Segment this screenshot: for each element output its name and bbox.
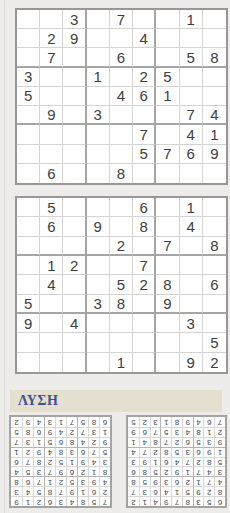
solution-grid-bottom-puzzle-cell-r2c6: 8 [44,486,55,496]
sudoku-puzzle-bottom-cell-r2c4: 9 [87,217,110,236]
solution-grid-bottom-puzzle-cell-r9c5: 1 [55,417,66,427]
sudoku-puzzle-top-cell-r2c1 [17,29,40,48]
solution-grid-top-puzzle-cell-r4c1: 3 [214,466,225,476]
solution-grid-top-puzzle-cell-r3c5: 6 [171,476,182,486]
sudoku-puzzle-bottom-cell-r1c9 [203,198,226,217]
solution-grid-top-puzzle-cell-r9c8: 2 [139,417,150,427]
sudoku-puzzle-bottom-cell-r5c1 [17,275,40,294]
solution-grid-top-puzzle-cell-r6c4: 3 [182,447,193,457]
sudoku-puzzle-bottom-cell-r2c9 [203,217,226,236]
solution-grid-top-puzzle-cell-r9c5: 8 [171,417,182,427]
sudoku-puzzle-bottom-cell-r4c2: 1 [40,256,63,275]
sudoku-puzzle-top-cell-r6c3 [63,106,86,125]
sudoku-puzzle-bottom-cell-r9c1 [17,353,40,372]
sudoku-puzzle-bottom-cell-r7c5 [110,314,133,333]
sudoku-puzzle-top-cell-r6c6 [133,106,156,125]
solution-grid-top-puzzle-cell-r5c1: 5 [214,457,225,467]
solution-grid-bottom-puzzle-cell-r1c2: 5 [88,496,99,506]
solution-grid-top-puzzle-cell-r9c3: 4 [193,417,204,427]
solution-grid-top-puzzle-cell-r9c1: 7 [214,417,225,427]
sudoku-puzzle-bottom-cell-r1c1 [17,198,40,217]
solution-grid-bottom-puzzle-cell-r8c2: 3 [88,427,99,437]
sudoku-puzzle-top-cell-r4c5 [110,68,133,87]
solution-grid-bottom-puzzle-cell-r7c6: 5 [44,437,55,447]
sudoku-puzzle-top-cell-r1c6 [133,10,156,29]
sudoku-puzzle-top-cell-r2c5 [110,29,133,48]
solution-grid-bottom-puzzle-cell-r5c6: 2 [44,457,55,467]
solution-grid-top-puzzle-cell-r1c4: 8 [182,496,193,506]
solution-grid-bottom-puzzle-cell-r5c7: 8 [33,457,44,467]
sudoku-puzzle-bottom-cell-r3c5: 2 [110,237,133,256]
sudoku-puzzle-top-cell-r1c4 [87,10,110,29]
solution-grid-top-puzzle-cell-r6c1: 1 [214,447,225,457]
sudoku-puzzle-top-cell-r3c7 [156,48,179,67]
solution-grid-top-puzzle-cell-r8c8: 6 [139,427,150,437]
sudoku-puzzle-bottom-cell-r3c7: 7 [156,237,179,256]
sudoku-puzzle-top-cell-r5c7: 1 [156,87,179,106]
solution-grid-top-puzzle-cell-r6c3: 6 [193,447,204,457]
solution-grid-bottom-puzzle-cell-r3c6: 1 [44,476,55,486]
solution-grid-top-puzzle-cell-r8c1: 2 [214,427,225,437]
solution-grid-bottom-puzzle-cell-r2c1: 2 [99,486,110,496]
solution-grid-bottom-puzzle: 7584362192619785434935217688126973543491… [9,415,112,508]
page-edge-rule [4,0,5,513]
solution-grid-top-puzzle-cell-r3c1: 4 [214,476,225,486]
sudoku-puzzle-top-cell-r2c9 [203,29,226,48]
solution-grid-top-puzzle-cell-r2c9: 7 [128,486,139,496]
sudoku-puzzle-bottom-cell-r7c2 [40,314,63,333]
sudoku-puzzle-top-cell-r7c5 [110,125,133,144]
solution-grid-top-puzzle-cell-r8c9: 9 [128,427,139,437]
sudoku-puzzle-bottom-cell-r1c2: 5 [40,198,63,217]
solution-grid-top-puzzle-cell-r7c3: 5 [193,437,204,447]
sudoku-puzzle-top-cell-r7c2 [40,125,63,144]
sudoku-puzzle-top-cell-r6c1 [17,106,40,125]
solution-grid-top-puzzle-cell-r8c6: 5 [160,427,171,437]
sudoku-puzzle-bottom-cell-r3c6 [133,237,156,256]
solution-grid-top-puzzle-cell-r4c4: 1 [182,466,193,476]
solution-grid-top-puzzle-cell-r9c9: 5 [128,417,139,427]
sudoku-puzzle-bottom-cell-r4c3: 2 [63,256,86,275]
solution-grid-top-puzzle-cell-r6c9: 4 [128,447,139,457]
solution-grid-bottom-puzzle-cell-r2c9: 3 [11,486,22,496]
solution-grid-top-puzzle-cell-r3c3: 1 [193,476,204,486]
sudoku-puzzle-top-cell-r5c5: 4 [110,87,133,106]
solution-grid-top-puzzle-cell-r3c4: 2 [182,476,193,486]
sudoku-puzzle-top-cell-r3c1 [17,48,40,67]
sudoku-puzzle-top-cell-r6c4: 3 [87,106,110,125]
solution-grid-top-puzzle-cell-r6c2: 9 [203,447,214,457]
sudoku-puzzle-bottom-cell-r6c3 [63,295,86,314]
sudoku-puzzle-top-cell-r8c6: 5 [133,145,156,164]
solution-grid-bottom-puzzle-cell-r6c2: 7 [88,447,99,457]
solution-grid-bottom-puzzle-cell-r2c7: 5 [33,486,44,496]
solution-grid-top-puzzle-cell-r4c3: 7 [193,466,204,476]
sudoku-puzzle-top-cell-r7c1 [17,125,40,144]
solution-grid-top-puzzle-cell-r2c8: 3 [139,486,150,496]
sudoku-puzzle-top-cell-r8c2 [40,145,63,164]
solution-grid-bottom-puzzle-cell-r4c4: 6 [66,466,77,476]
solution-grid-bottom-puzzle-cell-r4c8: 5 [22,466,33,476]
solution-grid-top-puzzle-cell-r2c1: 8 [214,486,225,496]
sudoku-puzzle-bottom-cell-r5c3 [63,275,86,294]
sudoku-puzzle-bottom-cell-r6c9 [203,295,226,314]
solution-grid-bottom-puzzle-cell-r7c8: 3 [22,437,33,447]
solution-grid-bottom-puzzle-cell-r7c5: 6 [55,437,66,447]
solution-grid-bottom-puzzle-cell-r3c2: 9 [88,476,99,486]
sudoku-puzzle-bottom-cell-r4c8 [180,256,203,275]
sudoku-puzzle-bottom-cell-r8c4 [87,333,110,352]
solution-grid-bottom-puzzle-cell-r7c1: 9 [99,437,110,447]
sudoku-puzzle-top-cell-r9c8 [180,164,203,183]
sudoku-puzzle-top-cell-r9c6 [133,164,156,183]
sudoku-puzzle-top-cell-r5c1: 5 [17,87,40,106]
sudoku-puzzle-bottom-cell-r9c2 [40,353,63,372]
solution-grid-top-puzzle-cell-r8c2: 1 [203,427,214,437]
sudoku-puzzle-bottom: 56169842781274528653899435192 [15,196,228,374]
sudoku-puzzle-bottom-cell-r6c8 [180,295,203,314]
solution-grid-top-puzzle-cell-r2c5: 1 [171,486,182,496]
sudoku-puzzle-top-cell-r4c4: 1 [87,68,110,87]
solution-grid-bottom-puzzle-cell-r8c5: 4 [55,427,66,437]
sudoku-puzzle-bottom-cell-r7c7 [156,314,179,333]
solution-grid-top-puzzle-cell-r4c7: 5 [150,466,161,476]
solution-grid-bottom-puzzle-cell-r9c7: 4 [33,417,44,427]
sudoku-puzzle-top-cell-r8c1 [17,145,40,164]
sudoku-puzzle-bottom-cell-r4c4 [87,256,110,275]
sudoku-puzzle-top-cell-r3c9: 8 [203,48,226,67]
sudoku-puzzle-bottom-cell-r9c6 [133,353,156,372]
solution-grid-bottom-puzzle-cell-r1c9: 9 [11,496,22,506]
sudoku-puzzle-bottom-cell-r2c6: 8 [133,217,156,236]
sudoku-puzzle-top-cell-r2c3: 9 [63,29,86,48]
sudoku-puzzle-bottom-cell-r2c8: 4 [180,217,203,236]
sudoku-puzzle-bottom-cell-r2c2: 6 [40,217,63,236]
sudoku-puzzle-bottom-cell-r8c8 [180,333,203,352]
solution-grid-top-puzzle-cell-r1c9: 2 [128,496,139,506]
sudoku-puzzle-bottom-cell-r5c5: 5 [110,275,133,294]
solution-grid-bottom-puzzle-cell-r4c1: 8 [99,466,110,476]
sudoku-puzzle-bottom-cell-r8c1 [17,333,40,352]
solution-grid-bottom-puzzle-cell-r1c5: 3 [55,496,66,506]
solution-grid-top-puzzle-cell-r5c9: 3 [128,457,139,467]
sudoku-puzzle-bottom-cell-r3c3 [63,237,86,256]
solution-grid-bottom-puzzle-cell-r2c2: 6 [88,486,99,496]
solution-grid-bottom-puzzle-cell-r9c3: 5 [77,417,88,427]
sudoku-puzzle-top-cell-r8c5 [110,145,133,164]
sudoku-puzzle-bottom-cell-r6c7: 9 [156,295,179,314]
solution-grid-top-puzzle: 6538794128295146374712639583471925865827… [126,415,227,508]
solution-grid-bottom-puzzle-cell-r3c8: 6 [22,476,33,486]
solution-grid-top-puzzle-cell-r9c7: 3 [150,417,161,427]
sudoku-puzzle-bottom-cell-r2c7 [156,217,179,236]
sudoku-puzzle-bottom-cell-r7c6 [133,314,156,333]
solution-grid-top-puzzle-cell-r2c7: 6 [150,486,161,496]
sudoku-puzzle-bottom-cell-r6c5: 8 [110,295,133,314]
sudoku-puzzle-top-cell-r1c3: 3 [63,10,86,29]
sudoku-puzzle-top-cell-r5c8 [180,87,203,106]
solution-grid-bottom-puzzle-cell-r8c6: 9 [44,427,55,437]
sudoku-puzzle-top-cell-r9c9 [203,164,226,183]
solution-grid-top-puzzle-cell-r2c2: 2 [203,486,214,496]
sudoku-puzzle-top-cell-r5c3 [63,87,86,106]
solution-grid-top-puzzle-cell-r3c2: 7 [203,476,214,486]
solution-grid-top-puzzle-cell-r8c5: 3 [171,427,182,437]
solution-grid-bottom-puzzle-cell-r6c7: 9 [33,447,44,457]
solution-grid-bottom-puzzle-cell-r9c1: 6 [99,417,110,427]
solution-grid-bottom-puzzle-cell-r2c4: 9 [66,486,77,496]
solution-grid-top-puzzle-cell-r5c4: 7 [182,457,193,467]
sudoku-puzzle-top-cell-r3c6 [133,48,156,67]
solution-grid-top-puzzle-cell-r6c5: 5 [171,447,182,457]
solution-grid-top-puzzle-cell-r4c9: 6 [128,466,139,476]
solution-grid-top-puzzle-cell-r5c8: 9 [139,457,150,467]
sudoku-puzzle-bottom-cell-r9c8: 9 [180,353,203,372]
solution-grid-top-puzzle-cell-r3c9: 8 [128,476,139,486]
sudoku-puzzle-top: 3712947658312554619374741576968 [15,8,228,185]
solution-grid-bottom-puzzle-cell-r7c4: 8 [66,437,77,447]
sudoku-puzzle-top-cell-r4c3 [63,68,86,87]
sudoku-puzzle-bottom-cell-r8c6 [133,333,156,352]
sudoku-puzzle-top-cell-r2c2: 2 [40,29,63,48]
sudoku-puzzle-bottom-cell-r7c9 [203,314,226,333]
solution-grid-top-puzzle-cell-r6c8: 7 [139,447,150,457]
solution-grid-bottom-puzzle-cell-r3c4: 5 [66,476,77,486]
sudoku-puzzle-top-cell-r8c7: 7 [156,145,179,164]
sudoku-puzzle-top-cell-r3c4 [87,48,110,67]
solution-grid-bottom-puzzle-cell-r4c7: 3 [33,466,44,476]
solution-grid-bottom-puzzle-cell-r8c3: 7 [77,427,88,437]
magazine-page: 3712947658312554619374741576968 56169842… [0,0,230,513]
solution-grid-bottom-puzzle-cell-r6c9: 1 [11,447,22,457]
sudoku-puzzle-top-cell-r1c9 [203,10,226,29]
sudoku-puzzle-bottom-cell-r9c4 [87,353,110,372]
solution-grid-bottom-puzzle-cell-r1c6: 6 [44,496,55,506]
sudoku-puzzle-top-cell-r3c8: 5 [180,48,203,67]
solution-grid-bottom-puzzle-cell-r9c2: 8 [88,417,99,427]
solution-grid-top-puzzle-cell-r4c5: 9 [171,466,182,476]
sudoku-puzzle-top-cell-r5c6: 6 [133,87,156,106]
sudoku-puzzle-bottom-cell-r8c9: 5 [203,333,226,352]
solution-grid-top-puzzle-cell-r9c6: 1 [160,417,171,427]
sudoku-puzzle-bottom-cell-r7c8: 3 [180,314,203,333]
solution-grid-top-puzzle-cell-r5c5: 4 [171,457,182,467]
sudoku-puzzle-bottom-cell-r4c6: 7 [133,256,156,275]
sudoku-puzzle-top-cell-r8c4 [87,145,110,164]
sudoku-puzzle-top-cell-r8c8: 6 [180,145,203,164]
solution-grid-bottom-puzzle-cell-r5c1: 3 [99,457,110,467]
sudoku-puzzle-bottom-cell-r5c6: 2 [133,275,156,294]
solution-grid-bottom-puzzle-cell-r5c8: 7 [22,457,33,467]
sudoku-puzzle-bottom-cell-r4c9 [203,256,226,275]
sudoku-puzzle-top-cell-r1c5: 7 [110,10,133,29]
sudoku-puzzle-bottom-cell-r9c5: 1 [110,353,133,372]
solution-grid-top-puzzle-cell-r2c4: 5 [182,486,193,496]
solution-grid-top-puzzle-cell-r1c3: 3 [193,496,204,506]
sudoku-puzzle-top-cell-r8c3 [63,145,86,164]
solution-grid-top-puzzle-cell-r1c7: 4 [150,496,161,506]
sudoku-puzzle-bottom-cell-r6c4: 3 [87,295,110,314]
solution-grid-bottom-puzzle-cell-r7c9: 7 [11,437,22,447]
solution-grid-bottom-puzzle-cell-r7c3: 4 [77,437,88,447]
sudoku-puzzle-top-cell-r7c6: 7 [133,125,156,144]
sudoku-puzzle-top-cell-r2c8 [180,29,203,48]
sudoku-puzzle-top-cell-r9c4 [87,164,110,183]
solution-grid-bottom-puzzle-cell-r1c1: 7 [99,496,110,506]
sudoku-puzzle-bottom-cell-r9c3 [63,353,86,372]
sudoku-puzzle-top-cell-r4c6: 2 [133,68,156,87]
solution-grid-bottom-puzzle-cell-r9c9: 2 [11,417,22,427]
solution-grid-top-puzzle-cell-r2c3: 9 [193,486,204,496]
sudoku-puzzle-bottom-cell-r8c3 [63,333,86,352]
sudoku-puzzle-bottom-cell-r1c7 [156,198,179,217]
sudoku-puzzle-top-cell-r9c7 [156,164,179,183]
sudoku-puzzle-top-cell-r7c3 [63,125,86,144]
sudoku-puzzle-top-cell-r1c8: 1 [180,10,203,29]
sudoku-puzzle-bottom-cell-r3c4 [87,237,110,256]
solution-grid-bottom-puzzle-cell-r1c7: 2 [33,496,44,506]
solution-grid-top-puzzle-cell-r7c7: 8 [150,437,161,447]
solution-grid-top-puzzle-cell-r3c7: 9 [150,476,161,486]
sudoku-puzzle-bottom-cell-r1c5 [110,198,133,217]
sudoku-puzzle-bottom-cell-r3c2 [40,237,63,256]
solution-title: ΛΥΣΗ [10,393,58,409]
solution-grid-bottom-puzzle-cell-r6c3: 6 [77,447,88,457]
solution-grid-bottom-puzzle-cell-r8c8: 8 [22,427,33,437]
sudoku-puzzle-bottom-cell-r2c3 [63,217,86,236]
sudoku-puzzle-bottom-cell-r3c9: 8 [203,237,226,256]
solution-grid-bottom-puzzle-cell-r8c7: 6 [33,427,44,437]
solution-grid-bottom-puzzle-cell-r8c4: 2 [66,427,77,437]
sudoku-puzzle-bottom-cell-r6c1: 5 [17,295,40,314]
sudoku-puzzle-top-cell-r2c6: 4 [133,29,156,48]
solution-grid-bottom-puzzle-cell-r3c3: 3 [77,476,88,486]
sudoku-puzzle-bottom-cell-r5c8 [180,275,203,294]
solution-grid-top-puzzle-cell-r3c8: 5 [139,476,150,486]
sudoku-puzzle-top-cell-r7c9: 1 [203,125,226,144]
solution-grid-bottom-puzzle-cell-r2c8: 4 [22,486,33,496]
sudoku-puzzle-bottom-cell-r3c1 [17,237,40,256]
sudoku-puzzle-top-cell-r5c2 [40,87,63,106]
solution-grid-bottom-puzzle-cell-r5c4: 1 [66,457,77,467]
sudoku-puzzle-top-cell-r6c8: 7 [180,106,203,125]
sudoku-puzzle-top-cell-r4c8 [180,68,203,87]
solution-grid-bottom-puzzle-cell-r6c1: 5 [99,447,110,457]
solution-grid-top-puzzle-cell-r7c6: 7 [160,437,171,447]
sudoku-puzzle-bottom-cell-r5c2: 4 [40,275,63,294]
sudoku-puzzle-top-cell-r3c2: 7 [40,48,63,67]
sudoku-puzzle-top-cell-r9c3 [63,164,86,183]
sudoku-puzzle-bottom-cell-r8c2 [40,333,63,352]
solution-grid-top-puzzle-cell-r1c8: 1 [139,496,150,506]
solution-grid-top-puzzle-cell-r2c6: 4 [160,486,171,496]
solution-grid-bottom-puzzle-cell-r6c4: 3 [66,447,77,457]
solution-grid-bottom-puzzle-cell-r4c3: 2 [77,466,88,476]
sudoku-puzzle-top-cell-r7c4 [87,125,110,144]
sudoku-puzzle-bottom-cell-r1c8: 1 [180,198,203,217]
solution-grid-top-puzzle-cell-r1c2: 5 [203,496,214,506]
solution-grid-top-puzzle-cell-r4c6: 2 [160,466,171,476]
sudoku-puzzle-top-cell-r9c1 [17,164,40,183]
solution-grid-top-puzzle-cell-r7c8: 4 [139,437,150,447]
solution-grid-top-puzzle-cell-r4c8: 8 [139,466,150,476]
sudoku-puzzle-bottom-cell-r5c4 [87,275,110,294]
solution-grid-top-puzzle-cell-r1c1: 6 [214,496,225,506]
solution-grid-top-puzzle-cell-r1c5: 7 [171,496,182,506]
sudoku-puzzle-bottom-cell-r9c7 [156,353,179,372]
sudoku-puzzle-top-cell-r1c1 [17,10,40,29]
sudoku-puzzle-bottom-cell-r2c5 [110,217,133,236]
solution-grid-top-puzzle-cell-r5c3: 2 [193,457,204,467]
solution-header-band: ΛΥΣΗ [10,390,222,412]
sudoku-puzzle-bottom-cell-r1c6: 6 [133,198,156,217]
solution-grid-bottom-puzzle-cell-r9c8: 9 [22,417,33,427]
solution-grid-bottom-puzzle-cell-r3c9: 8 [11,476,22,486]
solution-grid-top-puzzle-cell-r4c2: 4 [203,466,214,476]
sudoku-puzzle-top-cell-r4c1: 3 [17,68,40,87]
solution-grid-bottom-puzzle-cell-r6c6: 4 [44,447,55,457]
solution-grid-bottom-puzzle-cell-r6c5: 8 [55,447,66,457]
solution-grid-top-puzzle-cell-r5c6: 6 [160,457,171,467]
solution-grid-bottom-puzzle-cell-r5c5: 5 [55,457,66,467]
sudoku-puzzle-bottom-cell-r7c4 [87,314,110,333]
solution-grid-bottom-puzzle-cell-r7c2: 2 [88,437,99,447]
sudoku-puzzle-top-cell-r3c5: 6 [110,48,133,67]
sudoku-puzzle-top-cell-r5c9 [203,87,226,106]
solution-grid-top-puzzle-cell-r7c2: 3 [203,437,214,447]
solution-grid-top-puzzle-cell-r1c6: 9 [160,496,171,506]
solution-grid-top-puzzle-cell-r6c6: 8 [160,447,171,457]
sudoku-puzzle-bottom-cell-r4c1 [17,256,40,275]
sudoku-puzzle-top-cell-r6c2: 9 [40,106,63,125]
solution-grid-bottom-puzzle-cell-r3c1: 4 [99,476,110,486]
solution-grid-top-puzzle-cell-r8c4: 4 [182,427,193,437]
solution-grid-top-puzzle-cell-r9c2: 6 [203,417,214,427]
sudoku-puzzle-top-cell-r6c7 [156,106,179,125]
solution-grid-bottom-puzzle-cell-r1c4: 4 [66,496,77,506]
sudoku-puzzle-top-cell-r5c4 [87,87,110,106]
sudoku-puzzle-top-cell-r9c2: 6 [40,164,63,183]
sudoku-puzzle-top-cell-r1c7 [156,10,179,29]
solution-grid-bottom-puzzle-cell-r8c1: 1 [99,427,110,437]
sudoku-puzzle-top-cell-r4c9 [203,68,226,87]
solution-grid-bottom-puzzle-cell-r5c2: 4 [88,457,99,467]
solution-grid-bottom-puzzle-cell-r1c3: 8 [77,496,88,506]
solution-grid-top-puzzle-cell-r7c9: 1 [128,437,139,447]
solution-grid-bottom-puzzle-cell-r2c5: 7 [55,486,66,496]
sudoku-puzzle-top-cell-r6c5 [110,106,133,125]
solution-grid-bottom-puzzle-cell-r3c7: 7 [33,476,44,486]
sudoku-puzzle-bottom-cell-r8c5 [110,333,133,352]
solution-grid-bottom-puzzle-cell-r4c9: 4 [11,466,22,476]
sudoku-puzzle-top-cell-r2c7 [156,29,179,48]
solution-grid-top-puzzle-cell-r3c6: 3 [160,476,171,486]
sudoku-puzzle-bottom-cell-r5c7: 8 [156,275,179,294]
solution-grid-bottom-puzzle-cell-r9c6: 3 [44,417,55,427]
sudoku-puzzle-bottom-cell-r1c3 [63,198,86,217]
solution-grid-top-puzzle-cell-r9c4: 9 [182,417,193,427]
solution-grid-bottom-puzzle-cell-r3c5: 2 [55,476,66,486]
solution-grid-top-puzzle-cell-r8c3: 8 [193,427,204,437]
sudoku-puzzle-bottom-cell-r7c3: 4 [63,314,86,333]
sudoku-puzzle-bottom-cell-r9c9: 2 [203,353,226,372]
sudoku-puzzle-bottom-cell-r4c5 [110,256,133,275]
sudoku-puzzle-top-cell-r4c7: 5 [156,68,179,87]
solution-grid-top-puzzle-cell-r7c5: 2 [171,437,182,447]
solution-grid-top-puzzle-cell-r7c1: 9 [214,437,225,447]
sudoku-puzzle-bottom-cell-r5c9: 6 [203,275,226,294]
solution-grid-bottom-puzzle-cell-r8c9: 5 [11,427,22,437]
